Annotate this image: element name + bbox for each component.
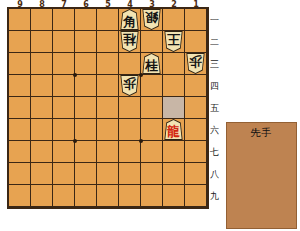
piece-gote-pawn-1c[interactable]: 歩 <box>186 53 205 74</box>
piece-sente-bishop-4a[interactable]: 角 <box>120 9 139 30</box>
piece-kanji: 銀 <box>145 12 158 28</box>
rank-label-4: 四 <box>209 75 220 97</box>
piece-gote-knight-4b[interactable]: 桂 <box>120 31 139 52</box>
file-label-8: 8 <box>31 0 53 9</box>
piece-kanji: 桂 <box>145 56 158 72</box>
highlighted-square-2five[interactable] <box>163 97 184 118</box>
file-label-7: 7 <box>53 0 75 9</box>
piece-gote-pawn-4d[interactable]: 歩 <box>120 75 139 96</box>
file-label-2: 2 <box>163 0 185 9</box>
piece-kanji: 歩 <box>189 56 202 72</box>
piece-kanji: 歩 <box>123 78 136 94</box>
file-label-9: 9 <box>9 0 31 9</box>
piece-kanji: 桂 <box>123 34 136 50</box>
rank-label-8: 八 <box>209 163 220 185</box>
star-point <box>139 73 143 77</box>
piece-kanji: 龍 <box>167 122 180 138</box>
piece-gote-king-2b[interactable]: 王 <box>164 31 183 52</box>
rank-label-2: 二 <box>209 31 220 53</box>
file-label-1: 1 <box>185 0 207 9</box>
piece-stand-label: 先手 <box>227 126 296 140</box>
rank-label-6: 六 <box>209 119 220 141</box>
rank-label-9: 九 <box>209 185 220 207</box>
piece-kanji: 角 <box>123 12 136 28</box>
file-label-3: 3 <box>141 0 163 9</box>
file-label-5: 5 <box>97 0 119 9</box>
file-label-4: 4 <box>119 0 141 9</box>
rank-label-3: 三 <box>209 53 220 75</box>
rank-label-5: 五 <box>209 97 220 119</box>
sente-piece-stand[interactable]: 先手 <box>226 122 297 229</box>
piece-gote-silver-3a[interactable]: 銀 <box>142 9 161 30</box>
star-point <box>73 73 77 77</box>
star-point <box>73 139 77 143</box>
piece-sente-knight-3c[interactable]: 桂 <box>142 53 161 74</box>
file-label-6: 6 <box>75 0 97 9</box>
star-point <box>139 139 143 143</box>
shogi-board[interactable]: 角 銀 桂 王 桂 歩 歩 龍 <box>9 9 207 207</box>
piece-sente-dragon-2f[interactable]: 龍 <box>164 119 183 140</box>
piece-kanji: 王 <box>167 34 180 50</box>
rank-label-1: 一 <box>209 9 220 31</box>
rank-label-7: 七 <box>209 141 220 163</box>
shogi-diagram: 9 8 7 6 5 4 3 2 1 角 銀 桂 王 桂 <box>0 0 300 231</box>
